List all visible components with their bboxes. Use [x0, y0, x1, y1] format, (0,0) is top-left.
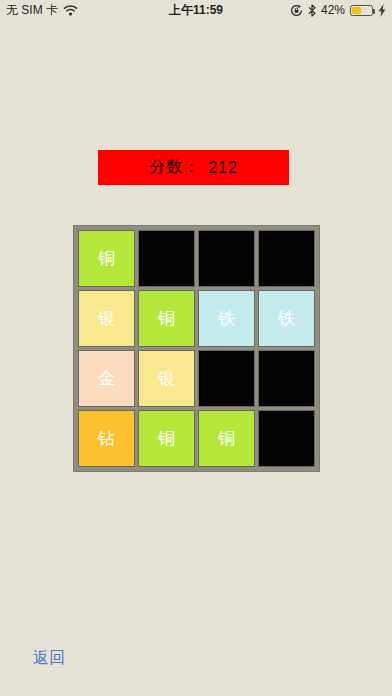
tile-铜: 铜 [139, 411, 194, 466]
tile-银: 银 [79, 291, 134, 346]
empty-cell [199, 231, 254, 286]
game-screen: 无 SIM 卡 上午11:59 [0, 0, 392, 696]
tile-铁: 铁 [199, 291, 254, 346]
score-value: 212 [208, 159, 238, 177]
game-board[interactable]: 铜银铜铁铁金银钻铜铜 [73, 225, 320, 472]
empty-cell [199, 351, 254, 406]
battery-percent-label: 42% [321, 3, 345, 17]
empty-cell [259, 351, 314, 406]
score-label: 分数： [149, 157, 200, 178]
status-bar: 无 SIM 卡 上午11:59 [0, 0, 392, 20]
orientation-lock-icon [290, 4, 303, 17]
tile-铜: 铜 [199, 411, 254, 466]
empty-cell [259, 411, 314, 466]
tile-金: 金 [79, 351, 134, 406]
tile-银: 银 [139, 351, 194, 406]
charging-icon [378, 4, 386, 17]
tile-钻: 钻 [79, 411, 134, 466]
battery-icon [350, 5, 373, 16]
score-banner: 分数： 212 [98, 150, 289, 185]
wifi-icon [63, 5, 78, 16]
bluetooth-icon [308, 4, 316, 17]
tile-铜: 铜 [79, 231, 134, 286]
carrier-label: 无 SIM 卡 [6, 2, 58, 19]
empty-cell [139, 231, 194, 286]
tile-铜: 铜 [139, 291, 194, 346]
back-button[interactable]: 返回 [33, 648, 65, 669]
empty-cell [259, 231, 314, 286]
tile-铁: 铁 [259, 291, 314, 346]
